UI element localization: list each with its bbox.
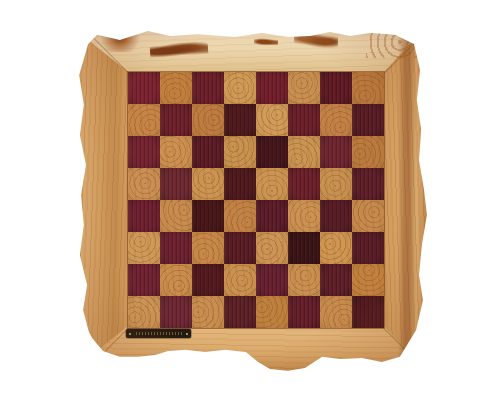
maker-plaque: [126, 329, 191, 338]
board-square: [192, 232, 224, 264]
board-square: [352, 72, 384, 104]
board-square: [192, 168, 224, 200]
board-square: [224, 232, 256, 264]
board-square: [320, 264, 352, 296]
board-square: [320, 296, 352, 328]
board-square: [224, 168, 256, 200]
board-square: [288, 136, 320, 168]
screw-icon: [186, 333, 188, 335]
board-square: [192, 104, 224, 136]
board-square: [192, 296, 224, 328]
board-square: [128, 168, 160, 200]
board-square: [256, 232, 288, 264]
board-square: [320, 232, 352, 264]
board-square: [224, 200, 256, 232]
board-square: [288, 232, 320, 264]
board-square: [224, 136, 256, 168]
plaque-engraving: [134, 332, 183, 335]
board-square: [192, 136, 224, 168]
board-square: [352, 136, 384, 168]
board-square: [320, 168, 352, 200]
chess-board: [68, 24, 428, 374]
board-square: [256, 200, 288, 232]
board-square: [256, 168, 288, 200]
board-square: [288, 168, 320, 200]
board-frame-right: [384, 24, 428, 374]
board-square: [160, 232, 192, 264]
board-square: [192, 264, 224, 296]
board-square: [256, 296, 288, 328]
board-square: [256, 136, 288, 168]
board-square: [288, 296, 320, 328]
chess-board-grid: [128, 72, 384, 328]
board-frame-left: [68, 24, 128, 374]
board-square: [224, 264, 256, 296]
board-square: [320, 200, 352, 232]
board-square: [288, 264, 320, 296]
board-square: [320, 104, 352, 136]
board-square: [352, 104, 384, 136]
board-square: [192, 72, 224, 104]
board-square: [160, 104, 192, 136]
board-square: [224, 72, 256, 104]
board-square: [192, 200, 224, 232]
board-square: [320, 72, 352, 104]
board-square: [128, 136, 160, 168]
board-square: [256, 264, 288, 296]
board-square: [160, 296, 192, 328]
screw-icon: [129, 333, 131, 335]
board-square: [256, 104, 288, 136]
board-square: [160, 200, 192, 232]
board-square: [288, 72, 320, 104]
board-square: [160, 72, 192, 104]
board-square: [128, 232, 160, 264]
board-square: [288, 200, 320, 232]
board-square: [224, 104, 256, 136]
board-square: [128, 104, 160, 136]
board-square: [352, 296, 384, 328]
board-square: [224, 296, 256, 328]
board-square: [320, 136, 352, 168]
board-square: [128, 72, 160, 104]
board-square: [160, 264, 192, 296]
board-square: [288, 104, 320, 136]
board-square: [160, 136, 192, 168]
board-square: [352, 200, 384, 232]
board-square: [352, 232, 384, 264]
board-square: [128, 200, 160, 232]
board-frame-bottom: [68, 326, 428, 374]
board-square: [352, 168, 384, 200]
board-square: [128, 264, 160, 296]
board-frame-top: [68, 24, 428, 72]
board-square: [256, 72, 288, 104]
board-square: [352, 264, 384, 296]
board-square: [128, 296, 160, 328]
board-square: [160, 168, 192, 200]
